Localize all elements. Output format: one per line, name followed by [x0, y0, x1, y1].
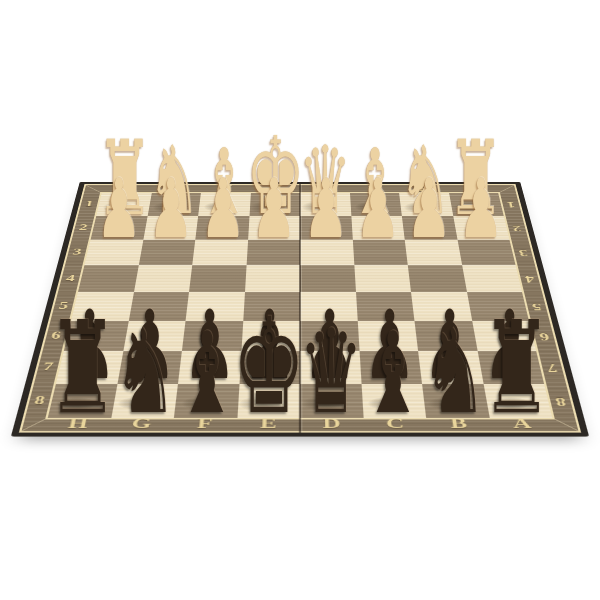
- square-f1: [198, 193, 250, 216]
- square-b5: [411, 292, 472, 321]
- square-f4: [189, 265, 246, 292]
- square-g4: [134, 265, 193, 292]
- square-g5: [128, 292, 189, 321]
- square-h8: [48, 383, 117, 418]
- square-d5: [300, 292, 357, 321]
- square-c5: [356, 292, 415, 321]
- square-d3: [300, 240, 354, 265]
- square-g2: [143, 216, 198, 240]
- square-g8: [111, 383, 178, 418]
- square-a7: [477, 351, 544, 383]
- square-e5: [243, 292, 300, 321]
- square-a8: [483, 383, 552, 418]
- square-b6: [414, 321, 477, 351]
- square-b3: [405, 240, 462, 265]
- square-b8: [422, 383, 489, 418]
- square-f3: [192, 240, 247, 265]
- square-h7: [56, 351, 123, 383]
- square-a3: [457, 240, 515, 265]
- square-a2: [453, 216, 510, 240]
- square-a5: [467, 292, 529, 321]
- square-g3: [138, 240, 195, 265]
- square-f7: [178, 351, 241, 383]
- square-f2: [195, 216, 249, 240]
- square-a6: [472, 321, 537, 351]
- square-f8: [174, 383, 239, 418]
- square-a4: [462, 265, 522, 292]
- square-e6: [241, 321, 300, 351]
- chess-set-photo: HGFEDCBA HGFEDCBA 12345678 12345678 ♜♞♝♚…: [0, 0, 600, 600]
- square-c4: [354, 265, 411, 292]
- square-g7: [117, 351, 182, 383]
- square-d7: [300, 351, 361, 383]
- square-b2: [402, 216, 457, 240]
- square-b1: [399, 193, 453, 216]
- square-d6: [300, 321, 359, 351]
- square-c1: [350, 193, 402, 216]
- square-d2: [300, 216, 352, 240]
- square-h2: [91, 216, 148, 240]
- square-c3: [352, 240, 407, 265]
- square-e2: [248, 216, 300, 240]
- fold-seam: [299, 184, 301, 432]
- square-d4: [300, 265, 356, 292]
- square-b7: [418, 351, 483, 383]
- square-e1: [249, 193, 300, 216]
- square-a1: [449, 193, 504, 216]
- square-h6: [64, 321, 129, 351]
- square-c7: [359, 351, 422, 383]
- chess-board: HGFEDCBA HGFEDCBA 12345678 12345678: [11, 182, 589, 437]
- square-c6: [357, 321, 418, 351]
- square-g6: [123, 321, 186, 351]
- square-d8: [300, 383, 363, 418]
- square-e7: [239, 351, 300, 383]
- square-h1: [96, 193, 151, 216]
- square-c2: [351, 216, 405, 240]
- square-h3: [84, 240, 142, 265]
- square-e4: [245, 265, 301, 292]
- square-h4: [78, 265, 138, 292]
- square-f6: [182, 321, 243, 351]
- square-e3: [246, 240, 300, 265]
- square-e8: [237, 383, 300, 418]
- square-c8: [361, 383, 426, 418]
- square-d1: [300, 193, 351, 216]
- square-g1: [147, 193, 201, 216]
- square-b4: [408, 265, 467, 292]
- square-h5: [71, 292, 133, 321]
- square-f5: [186, 292, 245, 321]
